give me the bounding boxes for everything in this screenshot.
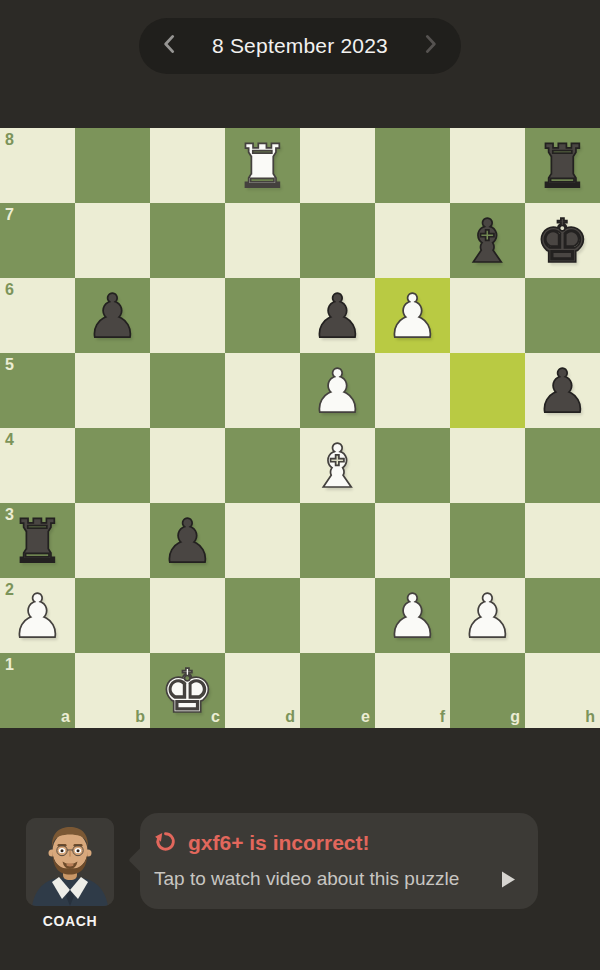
piece-white-pawn-a2[interactable]: ♟: [0, 578, 75, 653]
puzzle-date-label: 8 September 2023: [212, 34, 388, 58]
piece-black-pawn-e6[interactable]: ♟: [300, 278, 375, 353]
square-g5[interactable]: [450, 353, 525, 428]
square-e2[interactable]: [300, 578, 375, 653]
square-e7[interactable]: [300, 203, 375, 278]
square-h1[interactable]: h: [525, 653, 600, 728]
video-row: Tap to watch video about this puzzle: [154, 867, 522, 891]
rank-label-6: 6: [5, 282, 14, 298]
square-g1[interactable]: g: [450, 653, 525, 728]
square-h2[interactable]: [525, 578, 600, 653]
piece-white-rook-d8[interactable]: ♜: [225, 128, 300, 203]
square-e5[interactable]: ♟: [300, 353, 375, 428]
retry-icon[interactable]: [154, 830, 177, 857]
piece-black-pawn-c3[interactable]: ♟: [150, 503, 225, 578]
square-e6[interactable]: ♟: [300, 278, 375, 353]
next-day-button[interactable]: [415, 31, 445, 61]
piece-black-rook-h8[interactable]: ♜: [525, 128, 600, 203]
square-a7[interactable]: 7: [0, 203, 75, 278]
file-label-g: g: [510, 709, 520, 725]
piece-white-bishop-e4[interactable]: ♝: [300, 428, 375, 503]
square-b8[interactable]: [75, 128, 150, 203]
file-label-e: e: [361, 709, 370, 725]
square-d7[interactable]: [225, 203, 300, 278]
previous-day-button[interactable]: [155, 31, 185, 61]
chevron-right-icon: [417, 31, 443, 61]
square-f8[interactable]: [375, 128, 450, 203]
file-label-a: a: [61, 709, 70, 725]
square-a3[interactable]: 3♜: [0, 503, 75, 578]
file-label-d: d: [285, 709, 295, 725]
square-h3[interactable]: [525, 503, 600, 578]
incorrect-move-message: gxf6+ is incorrect!: [188, 831, 369, 855]
error-row: gxf6+ is incorrect!: [154, 831, 522, 855]
coach-name-label: COACH: [12, 913, 128, 929]
square-b4[interactable]: [75, 428, 150, 503]
square-c2[interactable]: [150, 578, 225, 653]
square-g2[interactable]: ♟: [450, 578, 525, 653]
square-c5[interactable]: [150, 353, 225, 428]
square-b1[interactable]: b: [75, 653, 150, 728]
chevron-left-icon: [157, 31, 183, 61]
square-a1[interactable]: 1a: [0, 653, 75, 728]
square-e3[interactable]: [300, 503, 375, 578]
square-d4[interactable]: [225, 428, 300, 503]
date-navigation: 8 September 2023: [139, 18, 461, 74]
square-a6[interactable]: 6: [0, 278, 75, 353]
piece-black-pawn-h5[interactable]: ♟: [525, 353, 600, 428]
piece-black-king-h7[interactable]: ♚: [525, 203, 600, 278]
square-f3[interactable]: [375, 503, 450, 578]
square-d6[interactable]: [225, 278, 300, 353]
rank-label-5: 5: [5, 357, 14, 373]
square-d3[interactable]: [225, 503, 300, 578]
square-b3[interactable]: [75, 503, 150, 578]
square-e4[interactable]: ♝: [300, 428, 375, 503]
square-c1[interactable]: c♚: [150, 653, 225, 728]
square-h5[interactable]: ♟: [525, 353, 600, 428]
square-a4[interactable]: 4: [0, 428, 75, 503]
square-b2[interactable]: [75, 578, 150, 653]
square-g8[interactable]: [450, 128, 525, 203]
square-d8[interactable]: ♜: [225, 128, 300, 203]
square-a8[interactable]: 8: [0, 128, 75, 203]
square-c8[interactable]: [150, 128, 225, 203]
rank-label-7: 7: [5, 207, 14, 223]
rank-label-4: 4: [5, 432, 14, 448]
square-d5[interactable]: [225, 353, 300, 428]
square-f6[interactable]: ♟: [375, 278, 450, 353]
square-g6[interactable]: [450, 278, 525, 353]
square-c4[interactable]: [150, 428, 225, 503]
file-label-b: b: [135, 709, 145, 725]
square-f1[interactable]: f: [375, 653, 450, 728]
square-b7[interactable]: [75, 203, 150, 278]
file-label-h: h: [585, 709, 595, 725]
file-label-f: f: [440, 709, 445, 725]
piece-black-rook-a3[interactable]: ♜: [0, 503, 75, 578]
square-f7[interactable]: [375, 203, 450, 278]
square-e8[interactable]: [300, 128, 375, 203]
piece-white-pawn-e5[interactable]: ♟: [300, 353, 375, 428]
piece-white-pawn-f6[interactable]: ♟: [375, 278, 450, 353]
piece-black-bishop-g7[interactable]: ♝: [450, 203, 525, 278]
square-c6[interactable]: [150, 278, 225, 353]
watch-video-label: Tap to watch video about this puzzle: [154, 868, 459, 890]
play-video-button[interactable]: [501, 871, 516, 888]
square-f5[interactable]: [375, 353, 450, 428]
square-g4[interactable]: [450, 428, 525, 503]
rank-label-1: 1: [5, 657, 14, 673]
square-c3[interactable]: ♟: [150, 503, 225, 578]
piece-white-pawn-g2[interactable]: ♟: [450, 578, 525, 653]
square-d1[interactable]: d: [225, 653, 300, 728]
square-a5[interactable]: 5: [0, 353, 75, 428]
rank-label-8: 8: [5, 132, 14, 148]
square-b6[interactable]: ♟: [75, 278, 150, 353]
piece-black-pawn-b6[interactable]: ♟: [75, 278, 150, 353]
square-g7[interactable]: ♝: [450, 203, 525, 278]
square-c7[interactable]: [150, 203, 225, 278]
square-f2[interactable]: ♟: [375, 578, 450, 653]
chess-board: 8♜♜7♝♚6♟♟♟5♟♟4♝3♜♟2♟♟♟1abc♚defgh: [0, 128, 600, 728]
play-triangle-icon: [501, 871, 516, 888]
square-e1[interactable]: e: [300, 653, 375, 728]
square-d2[interactable]: [225, 578, 300, 653]
square-h7[interactable]: ♚: [525, 203, 600, 278]
square-h6[interactable]: [525, 278, 600, 353]
coach-avatar-illustration: [26, 818, 114, 906]
square-a2[interactable]: 2♟: [0, 578, 75, 653]
coach-avatar: [26, 818, 114, 906]
square-b5[interactable]: [75, 353, 150, 428]
piece-white-king-c1[interactable]: ♚: [150, 653, 225, 728]
square-g3[interactable]: [450, 503, 525, 578]
square-f4[interactable]: [375, 428, 450, 503]
piece-white-pawn-f2[interactable]: ♟: [375, 578, 450, 653]
coach-speech-bubble[interactable]: gxf6+ is incorrect! Tap to watch video a…: [140, 813, 538, 909]
square-h8[interactable]: ♜: [525, 128, 600, 203]
square-h4[interactable]: [525, 428, 600, 503]
